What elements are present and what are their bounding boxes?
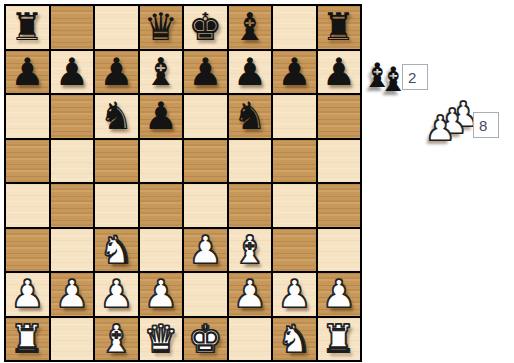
square-g2[interactable]: ♟ bbox=[273, 273, 316, 316]
white-pawn-icon: ♟ bbox=[425, 111, 455, 145]
square-h7[interactable]: ♟ bbox=[318, 51, 361, 94]
black-queen[interactable]: ♛ bbox=[144, 8, 178, 46]
square-h6[interactable] bbox=[318, 95, 361, 138]
square-d1[interactable]: ♛ bbox=[140, 318, 183, 361]
square-b3[interactable] bbox=[51, 229, 94, 272]
black-pawn[interactable]: ♟ bbox=[10, 53, 44, 91]
square-d8[interactable]: ♛ bbox=[140, 6, 183, 49]
square-d4[interactable] bbox=[140, 184, 183, 227]
square-g5[interactable] bbox=[273, 140, 316, 183]
chess-board: ♜♛♚♝♜♟♟♟♝♟♟♟♟♞♟♞♞♟♝♟♟♟♟♟♟♟♜♝♛♚♞♜ bbox=[4, 4, 362, 362]
black-bishops-count: 2 bbox=[408, 69, 416, 86]
square-a7[interactable]: ♟ bbox=[6, 51, 49, 94]
square-e3[interactable]: ♟ bbox=[184, 229, 227, 272]
black-pawn[interactable]: ♟ bbox=[233, 53, 267, 91]
black-bishop[interactable]: ♝ bbox=[233, 8, 267, 46]
black-pawn[interactable]: ♟ bbox=[277, 53, 311, 91]
white-queen[interactable]: ♛ bbox=[144, 320, 178, 358]
square-b7[interactable]: ♟ bbox=[51, 51, 94, 94]
square-b6[interactable] bbox=[51, 95, 94, 138]
white-pawn[interactable]: ♟ bbox=[55, 275, 89, 313]
white-bishop[interactable]: ♝ bbox=[233, 231, 267, 269]
square-e8[interactable]: ♚ bbox=[184, 6, 227, 49]
square-d5[interactable] bbox=[140, 140, 183, 183]
square-f8[interactable]: ♝ bbox=[229, 6, 272, 49]
square-c8[interactable] bbox=[95, 6, 138, 49]
square-c2[interactable]: ♟ bbox=[95, 273, 138, 316]
square-d2[interactable]: ♟ bbox=[140, 273, 183, 316]
square-g4[interactable] bbox=[273, 184, 316, 227]
white-pawn[interactable]: ♟ bbox=[188, 231, 222, 269]
white-pawn[interactable]: ♟ bbox=[99, 275, 133, 313]
white-pawn[interactable]: ♟ bbox=[322, 275, 356, 313]
black-bishops-count-box[interactable]: 2 bbox=[402, 64, 428, 90]
black-pawn[interactable]: ♟ bbox=[322, 53, 356, 91]
square-a8[interactable]: ♜ bbox=[6, 6, 49, 49]
square-a5[interactable] bbox=[6, 140, 49, 183]
square-f2[interactable]: ♟ bbox=[229, 273, 272, 316]
square-g6[interactable] bbox=[273, 95, 316, 138]
square-e2[interactable] bbox=[184, 273, 227, 316]
square-f4[interactable] bbox=[229, 184, 272, 227]
black-bishop[interactable]: ♝ bbox=[144, 53, 178, 91]
white-bishop[interactable]: ♝ bbox=[99, 320, 133, 358]
square-e7[interactable]: ♟ bbox=[184, 51, 227, 94]
white-knight[interactable]: ♞ bbox=[99, 231, 133, 269]
square-f7[interactable]: ♟ bbox=[229, 51, 272, 94]
black-knight[interactable]: ♞ bbox=[233, 97, 267, 135]
square-c7[interactable]: ♟ bbox=[95, 51, 138, 94]
square-c6[interactable]: ♞ bbox=[95, 95, 138, 138]
square-c3[interactable]: ♞ bbox=[95, 229, 138, 272]
white-knight[interactable]: ♞ bbox=[277, 320, 311, 358]
square-f6[interactable]: ♞ bbox=[229, 95, 272, 138]
white-pawn[interactable]: ♟ bbox=[144, 275, 178, 313]
square-e6[interactable] bbox=[184, 95, 227, 138]
square-a4[interactable] bbox=[6, 184, 49, 227]
square-d7[interactable]: ♝ bbox=[140, 51, 183, 94]
black-pawn[interactable]: ♟ bbox=[144, 97, 178, 135]
square-f5[interactable] bbox=[229, 140, 272, 183]
square-g3[interactable] bbox=[273, 229, 316, 272]
square-c4[interactable] bbox=[95, 184, 138, 227]
white-pawns-count-box[interactable]: 8 bbox=[473, 112, 499, 138]
white-rook[interactable]: ♜ bbox=[10, 320, 44, 358]
white-pawn[interactable]: ♟ bbox=[277, 275, 311, 313]
square-e1[interactable]: ♚ bbox=[184, 318, 227, 361]
square-h4[interactable] bbox=[318, 184, 361, 227]
chess-app: ♜♛♚♝♜♟♟♟♝♟♟♟♟♞♟♞♞♟♝♟♟♟♟♟♟♟♜♝♛♚♞♜ ♝ ♝ 2 ♟… bbox=[0, 0, 514, 363]
square-g1[interactable]: ♞ bbox=[273, 318, 316, 361]
white-pawn[interactable]: ♟ bbox=[10, 275, 44, 313]
white-rook[interactable]: ♜ bbox=[322, 320, 356, 358]
white-pawn[interactable]: ♟ bbox=[233, 275, 267, 313]
square-h8[interactable]: ♜ bbox=[318, 6, 361, 49]
square-b8[interactable] bbox=[51, 6, 94, 49]
square-d6[interactable]: ♟ bbox=[140, 95, 183, 138]
black-pawn[interactable]: ♟ bbox=[55, 53, 89, 91]
square-g8[interactable] bbox=[273, 6, 316, 49]
square-h1[interactable]: ♜ bbox=[318, 318, 361, 361]
black-rook[interactable]: ♜ bbox=[10, 8, 44, 46]
square-h2[interactable]: ♟ bbox=[318, 273, 361, 316]
square-d3[interactable] bbox=[140, 229, 183, 272]
square-c5[interactable] bbox=[95, 140, 138, 183]
square-c1[interactable]: ♝ bbox=[95, 318, 138, 361]
square-b1[interactable] bbox=[51, 318, 94, 361]
black-knight[interactable]: ♞ bbox=[99, 97, 133, 135]
square-b5[interactable] bbox=[51, 140, 94, 183]
square-a1[interactable]: ♜ bbox=[6, 318, 49, 361]
black-rook[interactable]: ♜ bbox=[322, 8, 356, 46]
white-king[interactable]: ♚ bbox=[188, 320, 222, 358]
square-b2[interactable]: ♟ bbox=[51, 273, 94, 316]
black-pawn[interactable]: ♟ bbox=[188, 53, 222, 91]
square-a6[interactable] bbox=[6, 95, 49, 138]
white-pawns-count: 8 bbox=[479, 117, 487, 134]
square-a3[interactable] bbox=[6, 229, 49, 272]
square-h3[interactable] bbox=[318, 229, 361, 272]
square-h5[interactable] bbox=[318, 140, 361, 183]
black-king[interactable]: ♚ bbox=[188, 8, 222, 46]
square-e5[interactable] bbox=[184, 140, 227, 183]
black-pawn[interactable]: ♟ bbox=[99, 53, 133, 91]
square-g7[interactable]: ♟ bbox=[273, 51, 316, 94]
square-e4[interactable] bbox=[184, 184, 227, 227]
square-a2[interactable]: ♟ bbox=[6, 273, 49, 316]
square-b4[interactable] bbox=[51, 184, 94, 227]
square-f1[interactable] bbox=[229, 318, 272, 361]
square-f3[interactable]: ♝ bbox=[229, 229, 272, 272]
